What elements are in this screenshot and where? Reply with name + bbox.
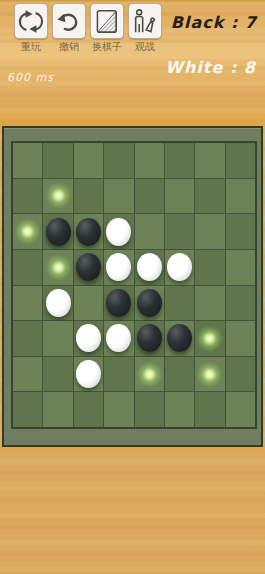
replay-label: 重玩 (21, 41, 41, 52)
board-cell[interactable] (195, 357, 224, 392)
black-disc (137, 289, 162, 317)
black-disc (76, 253, 101, 281)
board-cell[interactable] (104, 286, 133, 321)
tool-replay: 重玩 (14, 3, 48, 52)
board-cell[interactable] (226, 250, 255, 285)
board-cell[interactable] (135, 143, 164, 178)
black-disc (46, 218, 71, 246)
legal-move-hint (136, 361, 163, 388)
circular-arrows-icon (16, 6, 46, 37)
board-cell[interactable] (43, 179, 72, 214)
board-cell[interactable] (74, 286, 103, 321)
board-cell[interactable] (135, 250, 164, 285)
board-cell[interactable] (195, 143, 224, 178)
board-cell[interactable] (135, 392, 164, 427)
white-score-text: White : 8 (165, 58, 256, 77)
board-frame (2, 126, 263, 447)
board-cell[interactable] (165, 214, 194, 249)
board-cell[interactable] (74, 392, 103, 427)
wood-highlight-band (0, 112, 265, 126)
tool-spectate: 观战 (128, 3, 162, 52)
undo-button[interactable] (52, 3, 86, 39)
legal-move-hint (45, 254, 72, 281)
board-cell[interactable] (226, 357, 255, 392)
white-disc (106, 218, 131, 246)
white-disc (137, 253, 162, 281)
board-cell[interactable] (226, 214, 255, 249)
black-disc (106, 289, 131, 317)
board-cell[interactable] (104, 214, 133, 249)
board-cell[interactable] (74, 250, 103, 285)
person-with-chess-piece-icon (130, 6, 160, 37)
board-cell[interactable] (226, 143, 255, 178)
board-cell[interactable] (165, 250, 194, 285)
undo-label: 撤销 (59, 41, 79, 52)
spectate-button[interactable] (128, 3, 162, 39)
board-cell[interactable] (165, 143, 194, 178)
legal-move-hint (14, 218, 41, 245)
spectate-label: 观战 (135, 41, 155, 52)
board-cell[interactable] (13, 179, 42, 214)
board-cell[interactable] (104, 143, 133, 178)
swap-pieces-button[interactable] (90, 3, 124, 39)
tool-undo: 撤销 (52, 3, 86, 52)
board-cell[interactable] (195, 179, 224, 214)
board-cell[interactable] (13, 357, 42, 392)
board-cell[interactable] (74, 143, 103, 178)
board-cell[interactable] (104, 357, 133, 392)
board-cell[interactable] (165, 286, 194, 321)
board-cell[interactable] (226, 321, 255, 356)
board-cell[interactable] (74, 214, 103, 249)
board-cell[interactable] (135, 179, 164, 214)
black-disc (137, 324, 162, 352)
white-disc (76, 360, 101, 388)
board-cell[interactable] (226, 392, 255, 427)
board-cell[interactable] (104, 321, 133, 356)
board-cell[interactable] (104, 179, 133, 214)
board-cell[interactable] (165, 357, 194, 392)
board-cell[interactable] (43, 250, 72, 285)
board-cell[interactable] (74, 179, 103, 214)
swap-pieces-label: 换棋子 (92, 41, 122, 52)
board-grid (11, 141, 257, 429)
board-cell[interactable] (195, 392, 224, 427)
toolbar: 重玩 撤销 (14, 3, 162, 52)
board-cell[interactable] (135, 321, 164, 356)
board-cell[interactable] (74, 321, 103, 356)
board-cell[interactable] (226, 286, 255, 321)
white-disc (106, 253, 131, 281)
board-cell[interactable] (13, 392, 42, 427)
board-cell[interactable] (195, 214, 224, 249)
board-cell[interactable] (226, 179, 255, 214)
board-cell[interactable] (195, 250, 224, 285)
board-cell[interactable] (195, 286, 224, 321)
board-cell[interactable] (104, 392, 133, 427)
black-score-text: Black : 7 (171, 13, 257, 32)
board-cell[interactable] (74, 357, 103, 392)
board-cell[interactable] (165, 321, 194, 356)
replay-button[interactable] (14, 3, 48, 39)
black-disc (76, 218, 101, 246)
half-hatched-square-icon (92, 6, 122, 37)
legal-move-hint (45, 182, 72, 209)
othello-game-screen: 重玩 撤销 (0, 0, 265, 574)
board-cell[interactable] (43, 357, 72, 392)
white-disc (76, 324, 101, 352)
board-cell[interactable] (195, 321, 224, 356)
board-cell[interactable] (165, 392, 194, 427)
move-speed-text: 600 ms (7, 71, 54, 84)
board-cell[interactable] (43, 392, 72, 427)
white-disc (167, 253, 192, 281)
board-cell[interactable] (13, 143, 42, 178)
black-disc (167, 324, 192, 352)
board-cell[interactable] (43, 143, 72, 178)
board-cell[interactable] (43, 286, 72, 321)
board-cell[interactable] (13, 214, 42, 249)
board-cell[interactable] (135, 357, 164, 392)
board-cell[interactable] (165, 179, 194, 214)
legal-move-hint (196, 361, 223, 388)
board-cell[interactable] (135, 214, 164, 249)
board-cell[interactable] (13, 286, 42, 321)
tool-swap-pieces: 换棋子 (90, 3, 124, 52)
board-cell[interactable] (104, 250, 133, 285)
board-cell[interactable] (13, 250, 42, 285)
undo-arrow-icon (54, 6, 84, 37)
board-cell[interactable] (43, 321, 72, 356)
wood-highlight-band-bottom (0, 447, 265, 452)
board-cell[interactable] (13, 321, 42, 356)
white-disc (46, 289, 71, 317)
board-cell[interactable] (43, 214, 72, 249)
board-cell[interactable] (135, 286, 164, 321)
white-disc (106, 324, 131, 352)
legal-move-hint (196, 325, 223, 352)
